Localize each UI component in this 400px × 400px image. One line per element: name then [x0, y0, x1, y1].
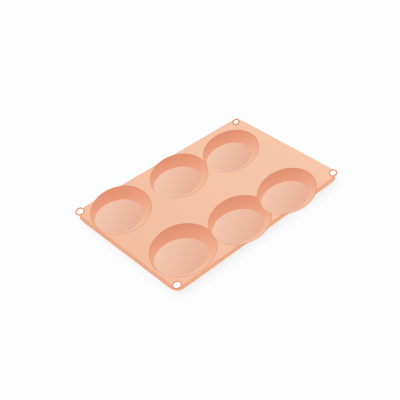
muffin-mold-illustration: [0, 0, 400, 400]
product-photo: [0, 0, 400, 400]
